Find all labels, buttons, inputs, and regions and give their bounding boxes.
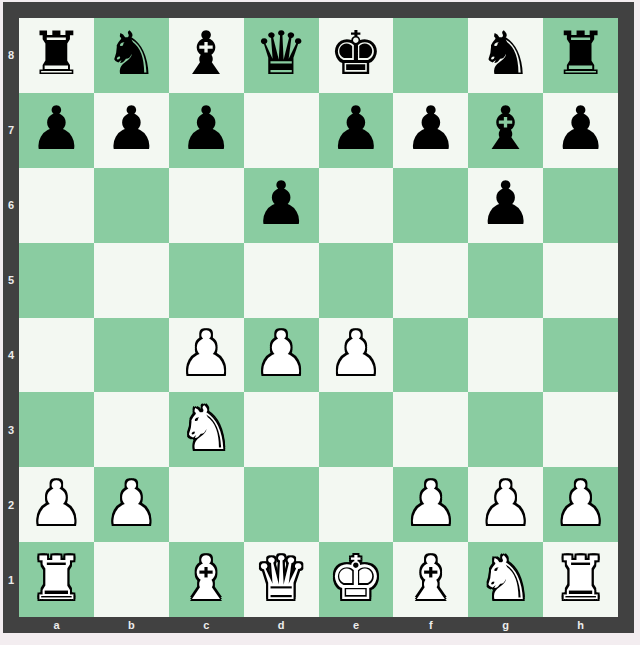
- square-d1[interactable]: ♛: [244, 542, 319, 617]
- square-d4[interactable]: ♟: [244, 318, 319, 393]
- rank-label-5: 5: [3, 243, 19, 318]
- square-f5[interactable]: [393, 243, 468, 318]
- black-rook[interactable]: ♜: [30, 23, 84, 83]
- square-h1[interactable]: ♜: [543, 542, 618, 617]
- white-pawn[interactable]: ♟: [329, 323, 383, 383]
- white-pawn[interactable]: ♟: [254, 323, 308, 383]
- white-knight[interactable]: ♞: [179, 398, 233, 458]
- square-g1[interactable]: ♞: [468, 542, 543, 617]
- square-a3[interactable]: [19, 392, 94, 467]
- square-b5[interactable]: [94, 243, 169, 318]
- white-bishop[interactable]: ♝: [404, 548, 458, 608]
- file-label-g: g: [468, 617, 543, 633]
- square-e6[interactable]: [319, 168, 394, 243]
- rank-labels: 87654321: [3, 18, 19, 617]
- square-c8[interactable]: ♝: [169, 18, 244, 93]
- square-h4[interactable]: [543, 318, 618, 393]
- black-bishop[interactable]: ♝: [479, 98, 533, 158]
- white-queen[interactable]: ♛: [254, 548, 308, 608]
- white-pawn[interactable]: ♟: [479, 473, 533, 533]
- square-g4[interactable]: [468, 318, 543, 393]
- chess-board[interactable]: ♜♞♝♛♚♞♜♟♟♟♟♟♝♟♟♟♟♟♟♞♟♟♟♟♟♜♝♛♚♝♞♜: [19, 18, 618, 617]
- square-c4[interactable]: ♟: [169, 318, 244, 393]
- black-pawn[interactable]: ♟: [104, 98, 158, 158]
- file-label-e: e: [319, 617, 394, 633]
- square-f2[interactable]: ♟: [393, 467, 468, 542]
- black-bishop[interactable]: ♝: [179, 23, 233, 83]
- square-f8[interactable]: [393, 18, 468, 93]
- square-c7[interactable]: ♟: [169, 93, 244, 168]
- square-f4[interactable]: [393, 318, 468, 393]
- file-labels: abcdefgh: [19, 617, 618, 633]
- square-d7[interactable]: [244, 93, 319, 168]
- square-e5[interactable]: [319, 243, 394, 318]
- square-h3[interactable]: [543, 392, 618, 467]
- square-f1[interactable]: ♝: [393, 542, 468, 617]
- square-c5[interactable]: [169, 243, 244, 318]
- square-b2[interactable]: ♟: [94, 467, 169, 542]
- black-pawn[interactable]: ♟: [30, 98, 84, 158]
- white-pawn[interactable]: ♟: [554, 473, 608, 533]
- black-queen[interactable]: ♛: [254, 23, 308, 83]
- square-a5[interactable]: [19, 243, 94, 318]
- square-a6[interactable]: [19, 168, 94, 243]
- square-b7[interactable]: ♟: [94, 93, 169, 168]
- black-pawn[interactable]: ♟: [179, 98, 233, 158]
- square-e4[interactable]: ♟: [319, 318, 394, 393]
- square-g2[interactable]: ♟: [468, 467, 543, 542]
- square-e8[interactable]: ♚: [319, 18, 394, 93]
- black-rook[interactable]: ♜: [554, 23, 608, 83]
- square-h6[interactable]: [543, 168, 618, 243]
- black-knight[interactable]: ♞: [479, 23, 533, 83]
- rank-label-1: 1: [3, 542, 19, 617]
- white-pawn[interactable]: ♟: [30, 473, 84, 533]
- black-pawn[interactable]: ♟: [329, 98, 383, 158]
- square-f6[interactable]: [393, 168, 468, 243]
- square-h8[interactable]: ♜: [543, 18, 618, 93]
- square-a8[interactable]: ♜: [19, 18, 94, 93]
- square-a7[interactable]: ♟: [19, 93, 94, 168]
- square-e2[interactable]: [319, 467, 394, 542]
- square-d2[interactable]: [244, 467, 319, 542]
- rank-label-3: 3: [3, 392, 19, 467]
- rank-label-7: 7: [3, 93, 19, 168]
- board-frame: 87654321 ♜♞♝♛♚♞♜♟♟♟♟♟♝♟♟♟♟♟♟♞♟♟♟♟♟♜♝♛♚♝♞…: [3, 2, 634, 633]
- black-knight[interactable]: ♞: [104, 23, 158, 83]
- square-d3[interactable]: [244, 392, 319, 467]
- square-b4[interactable]: [94, 318, 169, 393]
- file-label-c: c: [169, 617, 244, 633]
- square-b3[interactable]: [94, 392, 169, 467]
- white-rook[interactable]: ♜: [554, 548, 608, 608]
- square-g5[interactable]: [468, 243, 543, 318]
- square-f3[interactable]: [393, 392, 468, 467]
- square-d8[interactable]: ♛: [244, 18, 319, 93]
- square-e3[interactable]: [319, 392, 394, 467]
- square-a1[interactable]: ♜: [19, 542, 94, 617]
- square-g7[interactable]: ♝: [468, 93, 543, 168]
- square-d5[interactable]: [244, 243, 319, 318]
- file-label-d: d: [244, 617, 319, 633]
- white-rook[interactable]: ♜: [30, 548, 84, 608]
- square-c3[interactable]: ♞: [169, 392, 244, 467]
- square-g3[interactable]: [468, 392, 543, 467]
- square-c1[interactable]: ♝: [169, 542, 244, 617]
- black-pawn[interactable]: ♟: [254, 173, 308, 233]
- black-pawn[interactable]: ♟: [479, 173, 533, 233]
- file-label-f: f: [393, 617, 468, 633]
- rank-label-2: 2: [3, 467, 19, 542]
- white-pawn[interactable]: ♟: [104, 473, 158, 533]
- black-pawn[interactable]: ♟: [554, 98, 608, 158]
- square-b8[interactable]: ♞: [94, 18, 169, 93]
- square-c6[interactable]: [169, 168, 244, 243]
- square-g8[interactable]: ♞: [468, 18, 543, 93]
- square-a4[interactable]: [19, 318, 94, 393]
- square-b1[interactable]: [94, 542, 169, 617]
- black-pawn[interactable]: ♟: [404, 98, 458, 158]
- white-knight[interactable]: ♞: [479, 548, 533, 608]
- square-h5[interactable]: [543, 243, 618, 318]
- file-label-b: b: [94, 617, 169, 633]
- white-pawn[interactable]: ♟: [179, 323, 233, 383]
- white-king[interactable]: ♚: [329, 548, 383, 608]
- square-h7[interactable]: ♟: [543, 93, 618, 168]
- square-b6[interactable]: [94, 168, 169, 243]
- square-c2[interactable]: [169, 467, 244, 542]
- square-h2[interactable]: ♟: [543, 467, 618, 542]
- file-label-a: a: [19, 617, 94, 633]
- square-d6[interactable]: ♟: [244, 168, 319, 243]
- square-e1[interactable]: ♚: [319, 542, 394, 617]
- black-king[interactable]: ♚: [329, 23, 383, 83]
- square-f7[interactable]: ♟: [393, 93, 468, 168]
- white-pawn[interactable]: ♟: [404, 473, 458, 533]
- file-label-h: h: [543, 617, 618, 633]
- square-a2[interactable]: ♟: [19, 467, 94, 542]
- square-e7[interactable]: ♟: [319, 93, 394, 168]
- page-background: 87654321 ♜♞♝♛♚♞♜♟♟♟♟♟♝♟♟♟♟♟♟♞♟♟♟♟♟♜♝♛♚♝♞…: [0, 0, 640, 645]
- square-g6[interactable]: ♟: [468, 168, 543, 243]
- rank-label-6: 6: [3, 168, 19, 243]
- rank-label-4: 4: [3, 318, 19, 393]
- rank-label-8: 8: [3, 18, 19, 93]
- white-bishop[interactable]: ♝: [179, 548, 233, 608]
